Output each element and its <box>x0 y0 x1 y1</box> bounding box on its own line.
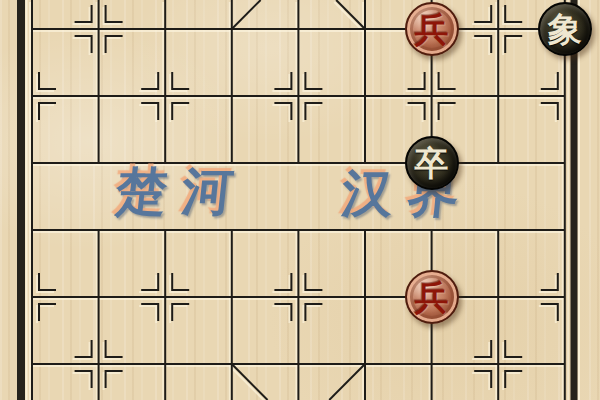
board-border-left <box>17 0 28 400</box>
xiangqi-board: 楚河 汉界 兵象卒兵 <box>0 0 600 400</box>
piece-black-elephant[interactable]: 象 <box>538 2 592 56</box>
piece-red-soldier[interactable]: 兵 <box>405 270 459 324</box>
palace-diagonal <box>232 364 268 400</box>
piece-red-soldier-advanced[interactable]: 兵 <box>405 2 459 56</box>
black-soldier-glyph: 卒 <box>415 146 449 180</box>
board-border-right <box>567 0 580 400</box>
palace-diagonal <box>232 0 261 29</box>
red-soldier-glyph: 兵 <box>415 12 449 46</box>
grid-line-highlights <box>30 2 563 400</box>
palace-diagonal <box>336 0 365 29</box>
palace-diagonal <box>329 364 365 400</box>
red-soldier-glyph: 兵 <box>415 280 449 314</box>
piece-black-soldier[interactable]: 卒 <box>405 136 459 190</box>
board-surface[interactable] <box>0 0 600 400</box>
grid-lines-markers-and-palace-diagonals <box>32 0 565 400</box>
black-elephant-glyph: 象 <box>548 12 582 46</box>
